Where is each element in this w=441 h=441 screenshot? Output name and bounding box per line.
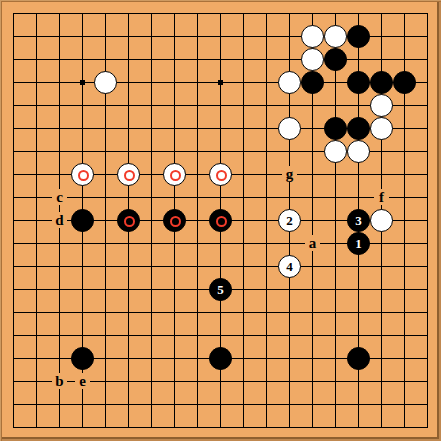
intersection-B17: [25, 48, 48, 71]
black-stone-Q18: [347, 25, 370, 48]
intersection-G1: [140, 416, 163, 439]
intersection-Q15: [347, 94, 370, 117]
intersection-D15: [71, 94, 94, 117]
intersection-H5: [163, 324, 186, 347]
intersection-M3: [255, 370, 278, 393]
intersection-H3: [163, 370, 186, 393]
intersection-J19: [186, 2, 209, 25]
intersection-G9: [140, 232, 163, 255]
intersection-J18: [186, 25, 209, 48]
intersection-S7: [393, 278, 416, 301]
intersection-D14: [71, 117, 94, 140]
intersection-M16: [255, 71, 278, 94]
intersection-E16: [94, 71, 117, 94]
intersection-P1: [324, 416, 347, 439]
intersection-T4: [416, 347, 439, 370]
intersection-K14: [209, 117, 232, 140]
intersection-J14: [186, 117, 209, 140]
intersection-F19: [117, 2, 140, 25]
intersection-P7: [324, 278, 347, 301]
intersection-P2: [324, 393, 347, 416]
intersection-D2: [71, 393, 94, 416]
intersection-A16: [2, 71, 25, 94]
intersection-Q7: [347, 278, 370, 301]
circle-mark-icon: [216, 170, 227, 181]
intersection-E14: [94, 117, 117, 140]
intersection-A15: [2, 94, 25, 117]
intersection-L19: [232, 2, 255, 25]
white-stone-P13: [324, 140, 347, 163]
intersection-M10: [255, 209, 278, 232]
intersection-N5: [278, 324, 301, 347]
intersection-T15: [416, 94, 439, 117]
intersection-O6: [301, 301, 324, 324]
intersection-D13: [71, 140, 94, 163]
intersection-S5: [393, 324, 416, 347]
intersection-N16: [278, 71, 301, 94]
intersection-H19: [163, 2, 186, 25]
intersection-L1: [232, 416, 255, 439]
intersection-E9: [94, 232, 117, 255]
intersection-B6: [25, 301, 48, 324]
white-stone-H12: [163, 163, 186, 186]
intersection-G3: [140, 370, 163, 393]
intersection-E10: [94, 209, 117, 232]
intersection-N4: [278, 347, 301, 370]
intersection-L18: [232, 25, 255, 48]
intersection-S6: [393, 301, 416, 324]
intersection-T14: [416, 117, 439, 140]
intersection-C4: [48, 347, 71, 370]
intersection-K16: [209, 71, 232, 94]
intersection-R19: [370, 2, 393, 25]
intersection-P10: [324, 209, 347, 232]
intersection-F5: [117, 324, 140, 347]
intersection-S12: [393, 163, 416, 186]
intersection-Q2: [347, 393, 370, 416]
intersection-Q1: [347, 416, 370, 439]
intersection-C16: [48, 71, 71, 94]
intersection-P14: [324, 117, 347, 140]
black-stone-D4: [71, 347, 94, 370]
intersection-R9: [370, 232, 393, 255]
intersection-L11: [232, 186, 255, 209]
intersection-G5: [140, 324, 163, 347]
intersection-G10: [140, 209, 163, 232]
intersection-Q6: [347, 301, 370, 324]
point-label-a: a: [305, 235, 320, 251]
intersection-G7: [140, 278, 163, 301]
intersection-T5: [416, 324, 439, 347]
intersection-H9: [163, 232, 186, 255]
black-stone-D10: [71, 209, 94, 232]
intersection-N11: [278, 186, 301, 209]
intersection-C1: [48, 416, 71, 439]
intersection-L12: [232, 163, 255, 186]
intersection-F9: [117, 232, 140, 255]
intersection-Q16: [347, 71, 370, 94]
intersection-H8: [163, 255, 186, 278]
circle-mark-icon: [170, 216, 181, 227]
intersection-F7: [117, 278, 140, 301]
intersection-K8: [209, 255, 232, 278]
intersection-F6: [117, 301, 140, 324]
intersection-Q9: 1: [347, 232, 370, 255]
black-stone-R16: [370, 71, 393, 94]
intersection-P5: [324, 324, 347, 347]
white-stone-N14: [278, 117, 301, 140]
intersection-H6: [163, 301, 186, 324]
intersection-L15: [232, 94, 255, 117]
intersection-G15: [140, 94, 163, 117]
intersection-D16: [71, 71, 94, 94]
intersection-B1: [25, 416, 48, 439]
intersection-O18: [301, 25, 324, 48]
intersection-E11: [94, 186, 117, 209]
circle-mark-icon: [216, 216, 227, 227]
black-stone-Q16: [347, 71, 370, 94]
intersection-N13: [278, 140, 301, 163]
white-stone-N10: 2: [278, 209, 301, 232]
intersection-Q12: [347, 163, 370, 186]
intersection-H13: [163, 140, 186, 163]
intersection-D1: [71, 416, 94, 439]
intersection-D7: [71, 278, 94, 301]
black-stone-P17: [324, 48, 347, 71]
intersection-A17: [2, 48, 25, 71]
intersection-O9: a: [301, 232, 324, 255]
white-stone-D12: [71, 163, 94, 186]
intersection-D19: [71, 2, 94, 25]
intersection-O13: [301, 140, 324, 163]
intersection-P18: [324, 25, 347, 48]
intersection-J12: [186, 163, 209, 186]
black-stone-K4: [209, 347, 232, 370]
intersection-D4: [71, 347, 94, 370]
intersection-D10: [71, 209, 94, 232]
intersection-O16: [301, 71, 324, 94]
intersection-G2: [140, 393, 163, 416]
intersection-F10: [117, 209, 140, 232]
intersection-J4: [186, 347, 209, 370]
white-stone-R15: [370, 94, 393, 117]
intersection-L13: [232, 140, 255, 163]
intersection-G16: [140, 71, 163, 94]
intersection-F3: [117, 370, 140, 393]
intersection-E3: [94, 370, 117, 393]
intersection-H15: [163, 94, 186, 117]
intersection-M18: [255, 25, 278, 48]
intersection-Q14: [347, 117, 370, 140]
intersection-G8: [140, 255, 163, 278]
intersection-F4: [117, 347, 140, 370]
intersection-F14: [117, 117, 140, 140]
intersection-K10: [209, 209, 232, 232]
black-stone-Q9: 1: [347, 232, 370, 255]
intersection-J8: [186, 255, 209, 278]
intersection-R15: [370, 94, 393, 117]
intersection-F12: [117, 163, 140, 186]
intersection-N14: [278, 117, 301, 140]
intersection-T17: [416, 48, 439, 71]
intersection-J11: [186, 186, 209, 209]
intersection-P16: [324, 71, 347, 94]
intersection-O1: [301, 416, 324, 439]
intersection-G14: [140, 117, 163, 140]
intersection-F2: [117, 393, 140, 416]
intersection-M13: [255, 140, 278, 163]
intersection-S18: [393, 25, 416, 48]
circle-mark-icon: [124, 170, 135, 181]
intersection-M4: [255, 347, 278, 370]
intersection-H1: [163, 416, 186, 439]
intersection-T2: [416, 393, 439, 416]
intersection-R13: [370, 140, 393, 163]
white-stone-R10: [370, 209, 393, 232]
intersection-O8: [301, 255, 324, 278]
board-grid: gcfd23a145be: [2, 2, 439, 439]
intersection-S13: [393, 140, 416, 163]
intersection-S11: [393, 186, 416, 209]
intersection-J15: [186, 94, 209, 117]
intersection-R7: [370, 278, 393, 301]
intersection-F11: [117, 186, 140, 209]
intersection-L5: [232, 324, 255, 347]
black-stone-S16: [393, 71, 416, 94]
intersection-B5: [25, 324, 48, 347]
white-stone-N16: [278, 71, 301, 94]
move-number: 3: [355, 214, 362, 227]
black-stone-H10: [163, 209, 186, 232]
black-stone-O16: [301, 71, 324, 94]
intersection-K17: [209, 48, 232, 71]
intersection-Q8: [347, 255, 370, 278]
white-stone-Q13: [347, 140, 370, 163]
move-number: 5: [217, 283, 224, 296]
intersection-J16: [186, 71, 209, 94]
intersection-T6: [416, 301, 439, 324]
intersection-P12: [324, 163, 347, 186]
intersection-S9: [393, 232, 416, 255]
intersection-K15: [209, 94, 232, 117]
intersection-K4: [209, 347, 232, 370]
intersection-B4: [25, 347, 48, 370]
intersection-R5: [370, 324, 393, 347]
intersection-F15: [117, 94, 140, 117]
intersection-A4: [2, 347, 25, 370]
intersection-P19: [324, 2, 347, 25]
intersection-Q10: 3: [347, 209, 370, 232]
intersection-E1: [94, 416, 117, 439]
intersection-B18: [25, 25, 48, 48]
intersection-S17: [393, 48, 416, 71]
intersection-J7: [186, 278, 209, 301]
intersection-J2: [186, 393, 209, 416]
intersection-A14: [2, 117, 25, 140]
intersection-H4: [163, 347, 186, 370]
intersection-R4: [370, 347, 393, 370]
intersection-C9: [48, 232, 71, 255]
intersection-T18: [416, 25, 439, 48]
intersection-N12: g: [278, 163, 301, 186]
intersection-N3: [278, 370, 301, 393]
intersection-B12: [25, 163, 48, 186]
intersection-L8: [232, 255, 255, 278]
intersection-O14: [301, 117, 324, 140]
intersection-T10: [416, 209, 439, 232]
intersection-S15: [393, 94, 416, 117]
point-label-f: f: [374, 189, 389, 205]
intersection-P15: [324, 94, 347, 117]
intersection-G19: [140, 2, 163, 25]
intersection-E17: [94, 48, 117, 71]
intersection-H17: [163, 48, 186, 71]
intersection-P13: [324, 140, 347, 163]
intersection-P3: [324, 370, 347, 393]
intersection-T11: [416, 186, 439, 209]
intersection-K19: [209, 2, 232, 25]
intersection-R12: [370, 163, 393, 186]
intersection-F17: [117, 48, 140, 71]
intersection-S4: [393, 347, 416, 370]
intersection-M5: [255, 324, 278, 347]
intersection-A5: [2, 324, 25, 347]
intersection-J17: [186, 48, 209, 71]
intersection-M17: [255, 48, 278, 71]
intersection-C10: d: [48, 209, 71, 232]
intersection-L3: [232, 370, 255, 393]
intersection-G4: [140, 347, 163, 370]
intersection-H11: [163, 186, 186, 209]
intersection-R8: [370, 255, 393, 278]
intersection-G13: [140, 140, 163, 163]
intersection-S2: [393, 393, 416, 416]
intersection-T13: [416, 140, 439, 163]
intersection-S14: [393, 117, 416, 140]
intersection-G11: [140, 186, 163, 209]
intersection-O3: [301, 370, 324, 393]
intersection-E15: [94, 94, 117, 117]
intersection-A13: [2, 140, 25, 163]
intersection-R2: [370, 393, 393, 416]
black-stone-K7: 5: [209, 278, 232, 301]
black-stone-F10: [117, 209, 140, 232]
intersection-A8: [2, 255, 25, 278]
move-number: 1: [355, 237, 362, 250]
intersection-Q3: [347, 370, 370, 393]
intersection-N19: [278, 2, 301, 25]
white-stone-F12: [117, 163, 140, 186]
intersection-F13: [117, 140, 140, 163]
intersection-K18: [209, 25, 232, 48]
intersection-C14: [48, 117, 71, 140]
intersection-T9: [416, 232, 439, 255]
intersection-C18: [48, 25, 71, 48]
intersection-C6: [48, 301, 71, 324]
intersection-C17: [48, 48, 71, 71]
intersection-B11: [25, 186, 48, 209]
intersection-M1: [255, 416, 278, 439]
go-board: gcfd23a145be: [0, 0, 441, 441]
intersection-R11: f: [370, 186, 393, 209]
intersection-E18: [94, 25, 117, 48]
intersection-B16: [25, 71, 48, 94]
intersection-T8: [416, 255, 439, 278]
intersection-L2: [232, 393, 255, 416]
intersection-O19: [301, 2, 324, 25]
intersection-R10: [370, 209, 393, 232]
intersection-Q13: [347, 140, 370, 163]
intersection-T7: [416, 278, 439, 301]
intersection-N10: 2: [278, 209, 301, 232]
intersection-L9: [232, 232, 255, 255]
white-stone-N8: 4: [278, 255, 301, 278]
intersection-S8: [393, 255, 416, 278]
intersection-Q11: [347, 186, 370, 209]
intersection-B10: [25, 209, 48, 232]
black-stone-Q4: [347, 347, 370, 370]
intersection-O2: [301, 393, 324, 416]
circle-mark-icon: [170, 170, 181, 181]
intersection-D17: [71, 48, 94, 71]
intersection-J9: [186, 232, 209, 255]
intersection-L16: [232, 71, 255, 94]
intersection-D12: [71, 163, 94, 186]
star-point: [80, 80, 85, 85]
intersection-A9: [2, 232, 25, 255]
intersection-G6: [140, 301, 163, 324]
intersection-A19: [2, 2, 25, 25]
intersection-A10: [2, 209, 25, 232]
intersection-F1: [117, 416, 140, 439]
intersection-B9: [25, 232, 48, 255]
intersection-M11: [255, 186, 278, 209]
intersection-N6: [278, 301, 301, 324]
intersection-R6: [370, 301, 393, 324]
intersection-N15: [278, 94, 301, 117]
intersection-T12: [416, 163, 439, 186]
intersection-C7: [48, 278, 71, 301]
intersection-G12: [140, 163, 163, 186]
intersection-K11: [209, 186, 232, 209]
intersection-T3: [416, 370, 439, 393]
white-stone-E16: [94, 71, 117, 94]
intersection-L7: [232, 278, 255, 301]
point-label-b: b: [52, 373, 67, 389]
intersection-R1: [370, 416, 393, 439]
intersection-S19: [393, 2, 416, 25]
intersection-P11: [324, 186, 347, 209]
intersection-E8: [94, 255, 117, 278]
intersection-D11: [71, 186, 94, 209]
intersection-P17: [324, 48, 347, 71]
intersection-P8: [324, 255, 347, 278]
intersection-D8: [71, 255, 94, 278]
intersection-A2: [2, 393, 25, 416]
intersection-O17: [301, 48, 324, 71]
intersection-H18: [163, 25, 186, 48]
intersection-M6: [255, 301, 278, 324]
point-label-c: c: [52, 189, 67, 205]
intersection-N1: [278, 416, 301, 439]
intersection-A11: [2, 186, 25, 209]
intersection-C2: [48, 393, 71, 416]
intersection-B15: [25, 94, 48, 117]
intersection-R14: [370, 117, 393, 140]
intersection-Q19: [347, 2, 370, 25]
intersection-C15: [48, 94, 71, 117]
circle-mark-icon: [78, 170, 89, 181]
